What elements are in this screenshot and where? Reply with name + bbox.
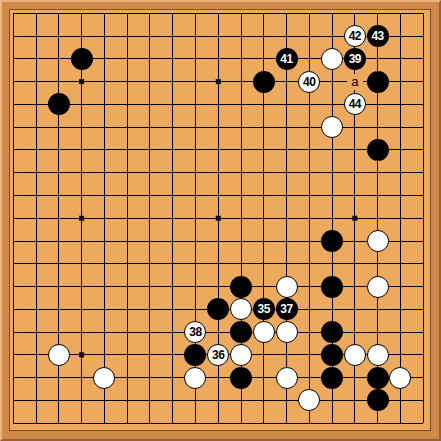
white-stone — [93, 367, 115, 389]
black-stone: 43 — [367, 25, 389, 47]
black-stone: 37 — [276, 298, 298, 320]
black-stone — [321, 367, 343, 389]
move-number-label: 36 — [212, 349, 224, 361]
point-label-a: a — [347, 74, 363, 90]
move-number-label: 37 — [280, 303, 292, 315]
black-stone: 41 — [276, 48, 298, 70]
move-number-label: 44 — [349, 98, 361, 110]
white-stone — [253, 321, 275, 343]
black-stone — [367, 389, 389, 411]
black-stone: 39 — [344, 48, 366, 70]
go-board-frame: 42434139404435373836a — [0, 0, 441, 441]
black-stone — [321, 230, 343, 252]
move-number-label: 41 — [280, 53, 292, 65]
black-stone — [230, 321, 252, 343]
black-stone — [367, 71, 389, 93]
black-stone — [253, 71, 275, 93]
black-stone: 35 — [253, 298, 275, 320]
black-stone — [321, 321, 343, 343]
black-stone — [367, 139, 389, 161]
white-stone — [276, 276, 298, 298]
black-stone — [321, 276, 343, 298]
white-stone — [344, 344, 366, 366]
star-point — [216, 216, 221, 221]
move-number-label: 43 — [371, 30, 383, 42]
white-stone — [184, 367, 206, 389]
black-stone — [321, 344, 343, 366]
go-board[interactable]: 42434139404435373836a — [9, 9, 431, 431]
white-stone: 40 — [298, 71, 320, 93]
black-stone — [230, 276, 252, 298]
move-number-label: 39 — [349, 53, 361, 65]
white-stone: 42 — [344, 25, 366, 47]
white-stone — [389, 367, 411, 389]
star-point — [79, 79, 84, 84]
move-number-label: 42 — [349, 30, 361, 42]
star-point — [79, 216, 84, 221]
star-point — [79, 352, 84, 357]
white-stone — [276, 367, 298, 389]
white-stone: 36 — [207, 344, 229, 366]
move-number-label: 40 — [303, 76, 315, 88]
white-stone — [230, 344, 252, 366]
black-stone — [367, 367, 389, 389]
star-point — [216, 79, 221, 84]
white-stone — [48, 344, 70, 366]
white-stone — [321, 48, 343, 70]
move-number-label: 35 — [258, 303, 270, 315]
white-stone — [367, 230, 389, 252]
white-stone — [367, 344, 389, 366]
black-stone — [230, 367, 252, 389]
black-stone — [71, 48, 93, 70]
move-number-label: 38 — [189, 326, 201, 338]
white-stone — [367, 276, 389, 298]
star-point — [352, 216, 357, 221]
white-stone — [276, 321, 298, 343]
board-grid — [10, 10, 430, 430]
